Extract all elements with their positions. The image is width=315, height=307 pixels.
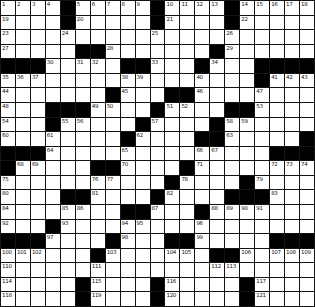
grid-cell[interactable] bbox=[106, 220, 120, 234]
grid-cell[interactable] bbox=[61, 132, 75, 146]
grid-cell[interactable] bbox=[255, 30, 269, 44]
grid-cell[interactable]: 47 bbox=[255, 88, 269, 102]
grid-cell[interactable]: 12 bbox=[195, 1, 209, 15]
grid-cell[interactable]: 90 bbox=[240, 205, 254, 219]
grid-cell[interactable] bbox=[210, 176, 224, 190]
grid-cell[interactable] bbox=[61, 292, 75, 306]
grid-cell[interactable]: 80 bbox=[1, 190, 15, 204]
grid-cell[interactable]: 98 bbox=[121, 234, 135, 248]
grid-cell[interactable] bbox=[31, 263, 45, 277]
grid-cell[interactable] bbox=[121, 292, 135, 306]
grid-cell[interactable] bbox=[180, 205, 194, 219]
grid-cell[interactable] bbox=[16, 16, 30, 30]
grid-cell[interactable]: 84 bbox=[1, 205, 15, 219]
grid-cell[interactable] bbox=[151, 220, 165, 234]
grid-cell[interactable]: 57 bbox=[151, 118, 165, 132]
grid-cell[interactable] bbox=[106, 59, 120, 73]
grid-cell[interactable]: 4 bbox=[46, 1, 60, 15]
grid-cell[interactable] bbox=[240, 234, 254, 248]
grid-cell[interactable] bbox=[300, 190, 314, 204]
grid-cell[interactable] bbox=[225, 74, 239, 88]
grid-cell[interactable] bbox=[151, 263, 165, 277]
grid-cell[interactable] bbox=[91, 220, 105, 234]
grid-cell[interactable]: 102 bbox=[31, 249, 45, 263]
grid-cell[interactable]: 56 bbox=[76, 118, 90, 132]
grid-cell[interactable] bbox=[121, 103, 135, 117]
grid-cell[interactable]: 109 bbox=[300, 249, 314, 263]
grid-cell[interactable] bbox=[195, 176, 209, 190]
grid-cell[interactable] bbox=[76, 176, 90, 190]
grid-cell[interactable] bbox=[121, 118, 135, 132]
grid-cell[interactable]: 25 bbox=[151, 30, 165, 44]
grid-cell[interactable] bbox=[270, 88, 284, 102]
grid-cell[interactable] bbox=[210, 161, 224, 175]
grid-cell[interactable] bbox=[225, 161, 239, 175]
grid-cell[interactable] bbox=[165, 132, 179, 146]
grid-cell[interactable]: 6 bbox=[91, 1, 105, 15]
grid-cell[interactable] bbox=[46, 30, 60, 44]
grid-cell[interactable] bbox=[285, 30, 299, 44]
grid-cell[interactable] bbox=[300, 176, 314, 190]
grid-cell[interactable] bbox=[46, 249, 60, 263]
grid-cell[interactable] bbox=[16, 45, 30, 59]
grid-cell[interactable] bbox=[255, 147, 269, 161]
grid-cell[interactable]: 18 bbox=[300, 1, 314, 15]
grid-cell[interactable]: 30 bbox=[46, 59, 60, 73]
grid-cell[interactable]: 16 bbox=[270, 1, 284, 15]
grid-cell[interactable] bbox=[136, 16, 150, 30]
grid-cell[interactable]: 21 bbox=[165, 16, 179, 30]
grid-cell[interactable] bbox=[180, 59, 194, 73]
grid-cell[interactable] bbox=[76, 132, 90, 146]
grid-cell[interactable]: 10 bbox=[165, 1, 179, 15]
grid-cell[interactable]: 53 bbox=[255, 103, 269, 117]
grid-cell[interactable] bbox=[91, 118, 105, 132]
grid-cell[interactable] bbox=[16, 205, 30, 219]
grid-cell[interactable] bbox=[300, 30, 314, 44]
grid-cell[interactable]: 88 bbox=[210, 205, 224, 219]
grid-cell[interactable]: 107 bbox=[270, 249, 284, 263]
grid-cell[interactable] bbox=[31, 118, 45, 132]
grid-cell[interactable]: 66 bbox=[195, 147, 209, 161]
grid-cell[interactable]: 51 bbox=[165, 103, 179, 117]
grid-cell[interactable] bbox=[165, 220, 179, 234]
grid-cell[interactable]: 99 bbox=[195, 234, 209, 248]
grid-cell[interactable]: 93 bbox=[61, 220, 75, 234]
grid-cell[interactable] bbox=[136, 234, 150, 248]
grid-cell[interactable] bbox=[165, 118, 179, 132]
grid-cell[interactable]: 46 bbox=[195, 88, 209, 102]
grid-cell[interactable] bbox=[195, 16, 209, 30]
grid-cell[interactable]: 22 bbox=[240, 16, 254, 30]
grid-cell[interactable] bbox=[31, 132, 45, 146]
grid-cell[interactable] bbox=[255, 161, 269, 175]
grid-cell[interactable] bbox=[300, 16, 314, 30]
grid-cell[interactable] bbox=[285, 278, 299, 292]
grid-cell[interactable] bbox=[165, 30, 179, 44]
grid-cell[interactable]: 79 bbox=[255, 176, 269, 190]
grid-cell[interactable]: 33 bbox=[151, 59, 165, 73]
grid-cell[interactable]: 2 bbox=[16, 1, 30, 15]
grid-cell[interactable] bbox=[210, 30, 224, 44]
grid-cell[interactable] bbox=[46, 161, 60, 175]
grid-cell[interactable] bbox=[255, 263, 269, 277]
grid-cell[interactable]: 1 bbox=[1, 1, 15, 15]
grid-cell[interactable]: 62 bbox=[136, 132, 150, 146]
grid-cell[interactable] bbox=[255, 220, 269, 234]
grid-cell[interactable]: 65 bbox=[121, 147, 135, 161]
grid-cell[interactable] bbox=[195, 103, 209, 117]
grid-cell[interactable] bbox=[165, 263, 179, 277]
grid-cell[interactable] bbox=[136, 292, 150, 306]
grid-cell[interactable] bbox=[285, 190, 299, 204]
grid-cell[interactable] bbox=[61, 234, 75, 248]
grid-cell[interactable]: 82 bbox=[165, 190, 179, 204]
grid-cell[interactable] bbox=[210, 220, 224, 234]
grid-cell[interactable]: 63 bbox=[225, 132, 239, 146]
grid-cell[interactable] bbox=[180, 147, 194, 161]
grid-cell[interactable] bbox=[270, 292, 284, 306]
grid-cell[interactable] bbox=[270, 132, 284, 146]
grid-cell[interactable]: 121 bbox=[255, 292, 269, 306]
grid-cell[interactable]: 71 bbox=[195, 161, 209, 175]
grid-cell[interactable]: 83 bbox=[270, 190, 284, 204]
grid-cell[interactable]: 116 bbox=[165, 278, 179, 292]
grid-cell[interactable]: 114 bbox=[1, 278, 15, 292]
grid-cell[interactable]: 44 bbox=[1, 88, 15, 102]
grid-cell[interactable] bbox=[270, 118, 284, 132]
grid-cell[interactable]: 43 bbox=[300, 74, 314, 88]
grid-cell[interactable]: 11 bbox=[180, 1, 194, 15]
grid-cell[interactable] bbox=[61, 59, 75, 73]
grid-cell[interactable] bbox=[151, 161, 165, 175]
grid-cell[interactable] bbox=[31, 176, 45, 190]
grid-cell[interactable] bbox=[106, 292, 120, 306]
grid-cell[interactable] bbox=[210, 292, 224, 306]
grid-cell[interactable] bbox=[136, 30, 150, 44]
grid-cell[interactable] bbox=[46, 292, 60, 306]
grid-cell[interactable]: 38 bbox=[121, 74, 135, 88]
grid-cell[interactable] bbox=[180, 278, 194, 292]
grid-cell[interactable] bbox=[16, 30, 30, 44]
grid-cell[interactable]: 34 bbox=[210, 59, 224, 73]
grid-cell[interactable] bbox=[180, 220, 194, 234]
grid-cell[interactable] bbox=[270, 220, 284, 234]
grid-cell[interactable] bbox=[16, 132, 30, 146]
grid-cell[interactable] bbox=[165, 45, 179, 59]
grid-cell[interactable] bbox=[180, 132, 194, 146]
grid-cell[interactable]: 97 bbox=[46, 234, 60, 248]
grid-cell[interactable] bbox=[136, 88, 150, 102]
grid-cell[interactable] bbox=[76, 30, 90, 44]
grid-cell[interactable] bbox=[31, 220, 45, 234]
grid-cell[interactable] bbox=[151, 74, 165, 88]
grid-cell[interactable] bbox=[91, 16, 105, 30]
grid-cell[interactable]: 118 bbox=[1, 292, 15, 306]
grid-cell[interactable] bbox=[285, 205, 299, 219]
grid-cell[interactable]: 29 bbox=[225, 45, 239, 59]
grid-cell[interactable]: 14 bbox=[240, 1, 254, 15]
grid-cell[interactable]: 20 bbox=[76, 16, 90, 30]
grid-cell[interactable]: 103 bbox=[106, 249, 120, 263]
grid-cell[interactable] bbox=[240, 147, 254, 161]
grid-cell[interactable] bbox=[121, 176, 135, 190]
grid-cell[interactable] bbox=[46, 74, 60, 88]
grid-cell[interactable]: 31 bbox=[76, 59, 90, 73]
grid-cell[interactable] bbox=[136, 45, 150, 59]
grid-cell[interactable] bbox=[106, 190, 120, 204]
grid-cell[interactable] bbox=[31, 16, 45, 30]
grid-cell[interactable] bbox=[225, 220, 239, 234]
grid-cell[interactable]: 23 bbox=[1, 30, 15, 44]
grid-cell[interactable] bbox=[210, 234, 224, 248]
grid-cell[interactable] bbox=[121, 249, 135, 263]
grid-cell[interactable] bbox=[240, 220, 254, 234]
grid-cell[interactable] bbox=[195, 249, 209, 263]
grid-cell[interactable] bbox=[195, 263, 209, 277]
grid-cell[interactable] bbox=[61, 161, 75, 175]
grid-cell[interactable]: 40 bbox=[195, 74, 209, 88]
grid-cell[interactable] bbox=[195, 118, 209, 132]
grid-cell[interactable] bbox=[136, 147, 150, 161]
grid-cell[interactable] bbox=[270, 263, 284, 277]
grid-cell[interactable]: 101 bbox=[16, 249, 30, 263]
grid-cell[interactable] bbox=[180, 45, 194, 59]
grid-cell[interactable] bbox=[300, 278, 314, 292]
grid-cell[interactable] bbox=[31, 190, 45, 204]
grid-cell[interactable] bbox=[16, 176, 30, 190]
grid-cell[interactable] bbox=[151, 45, 165, 59]
grid-cell[interactable]: 15 bbox=[255, 1, 269, 15]
grid-cell[interactable]: 119 bbox=[91, 292, 105, 306]
grid-cell[interactable] bbox=[300, 118, 314, 132]
grid-cell[interactable] bbox=[300, 220, 314, 234]
grid-cell[interactable] bbox=[31, 45, 45, 59]
grid-cell[interactable] bbox=[76, 88, 90, 102]
grid-cell[interactable]: 45 bbox=[121, 88, 135, 102]
grid-cell[interactable] bbox=[106, 263, 120, 277]
grid-cell[interactable] bbox=[195, 30, 209, 44]
grid-cell[interactable]: 112 bbox=[210, 263, 224, 277]
grid-cell[interactable]: 48 bbox=[1, 103, 15, 117]
grid-cell[interactable] bbox=[46, 190, 60, 204]
grid-cell[interactable]: 70 bbox=[121, 161, 135, 175]
grid-cell[interactable] bbox=[270, 103, 284, 117]
grid-cell[interactable] bbox=[240, 132, 254, 146]
grid-cell[interactable] bbox=[180, 263, 194, 277]
grid-cell[interactable] bbox=[180, 74, 194, 88]
grid-cell[interactable] bbox=[121, 263, 135, 277]
grid-cell[interactable]: 78 bbox=[180, 176, 194, 190]
grid-cell[interactable] bbox=[106, 147, 120, 161]
grid-cell[interactable]: 100 bbox=[1, 249, 15, 263]
grid-cell[interactable] bbox=[285, 16, 299, 30]
grid-cell[interactable] bbox=[210, 190, 224, 204]
grid-cell[interactable] bbox=[210, 103, 224, 117]
grid-cell[interactable]: 117 bbox=[255, 278, 269, 292]
grid-cell[interactable] bbox=[255, 16, 269, 30]
grid-cell[interactable] bbox=[225, 88, 239, 102]
grid-cell[interactable]: 13 bbox=[210, 1, 224, 15]
grid-cell[interactable] bbox=[225, 59, 239, 73]
grid-cell[interactable] bbox=[300, 292, 314, 306]
grid-cell[interactable] bbox=[31, 103, 45, 117]
grid-cell[interactable] bbox=[300, 103, 314, 117]
grid-cell[interactable] bbox=[16, 103, 30, 117]
grid-cell[interactable] bbox=[285, 176, 299, 190]
grid-cell[interactable] bbox=[180, 16, 194, 30]
grid-cell[interactable] bbox=[240, 161, 254, 175]
grid-cell[interactable]: 106 bbox=[240, 249, 254, 263]
grid-cell[interactable] bbox=[136, 278, 150, 292]
grid-cell[interactable]: 64 bbox=[46, 147, 60, 161]
grid-cell[interactable] bbox=[270, 30, 284, 44]
grid-cell[interactable] bbox=[180, 190, 194, 204]
grid-cell[interactable]: 87 bbox=[151, 205, 165, 219]
grid-cell[interactable] bbox=[91, 74, 105, 88]
grid-cell[interactable] bbox=[61, 74, 75, 88]
grid-cell[interactable] bbox=[270, 45, 284, 59]
grid-cell[interactable]: 96 bbox=[195, 220, 209, 234]
grid-cell[interactable] bbox=[76, 74, 90, 88]
grid-cell[interactable]: 72 bbox=[270, 161, 284, 175]
grid-cell[interactable]: 9 bbox=[136, 1, 150, 15]
grid-cell[interactable] bbox=[31, 278, 45, 292]
grid-cell[interactable] bbox=[46, 205, 60, 219]
grid-cell[interactable] bbox=[180, 292, 194, 306]
grid-cell[interactable] bbox=[121, 45, 135, 59]
grid-cell[interactable] bbox=[106, 74, 120, 88]
grid-cell[interactable]: 94 bbox=[121, 220, 135, 234]
grid-cell[interactable]: 39 bbox=[136, 74, 150, 88]
grid-cell[interactable] bbox=[255, 132, 269, 146]
grid-cell[interactable] bbox=[106, 16, 120, 30]
grid-cell[interactable] bbox=[300, 45, 314, 59]
grid-cell[interactable]: 110 bbox=[1, 263, 15, 277]
grid-cell[interactable] bbox=[121, 190, 135, 204]
grid-cell[interactable]: 8 bbox=[121, 1, 135, 15]
grid-cell[interactable] bbox=[240, 45, 254, 59]
grid-cell[interactable]: 86 bbox=[76, 205, 90, 219]
grid-cell[interactable] bbox=[16, 88, 30, 102]
grid-cell[interactable]: 69 bbox=[31, 161, 45, 175]
grid-cell[interactable] bbox=[46, 88, 60, 102]
grid-cell[interactable]: 59 bbox=[240, 118, 254, 132]
grid-cell[interactable]: 104 bbox=[165, 249, 179, 263]
grid-cell[interactable] bbox=[225, 292, 239, 306]
grid-cell[interactable] bbox=[255, 45, 269, 59]
grid-cell[interactable]: 113 bbox=[225, 263, 239, 277]
grid-cell[interactable] bbox=[136, 249, 150, 263]
grid-cell[interactable]: 27 bbox=[1, 45, 15, 59]
grid-cell[interactable] bbox=[225, 278, 239, 292]
grid-cell[interactable]: 50 bbox=[106, 103, 120, 117]
grid-cell[interactable] bbox=[270, 16, 284, 30]
grid-cell[interactable]: 81 bbox=[91, 190, 105, 204]
grid-cell[interactable]: 77 bbox=[106, 176, 120, 190]
grid-cell[interactable] bbox=[285, 263, 299, 277]
grid-cell[interactable] bbox=[91, 147, 105, 161]
grid-cell[interactable] bbox=[76, 234, 90, 248]
grid-cell[interactable] bbox=[31, 292, 45, 306]
grid-cell[interactable] bbox=[106, 132, 120, 146]
grid-cell[interactable] bbox=[61, 263, 75, 277]
grid-cell[interactable]: 42 bbox=[285, 74, 299, 88]
grid-cell[interactable] bbox=[285, 132, 299, 146]
grid-cell[interactable] bbox=[91, 132, 105, 146]
grid-cell[interactable] bbox=[121, 16, 135, 30]
grid-cell[interactable] bbox=[240, 74, 254, 88]
grid-cell[interactable]: 75 bbox=[1, 176, 15, 190]
grid-cell[interactable] bbox=[195, 278, 209, 292]
grid-cell[interactable] bbox=[136, 176, 150, 190]
grid-cell[interactable] bbox=[136, 103, 150, 117]
grid-cell[interactable] bbox=[165, 205, 179, 219]
grid-cell[interactable] bbox=[106, 278, 120, 292]
grid-cell[interactable]: 60 bbox=[1, 132, 15, 146]
grid-cell[interactable] bbox=[285, 118, 299, 132]
grid-cell[interactable] bbox=[46, 278, 60, 292]
grid-cell[interactable] bbox=[240, 30, 254, 44]
grid-cell[interactable] bbox=[195, 190, 209, 204]
grid-cell[interactable]: 36 bbox=[16, 74, 30, 88]
grid-cell[interactable] bbox=[210, 74, 224, 88]
grid-cell[interactable]: 68 bbox=[16, 161, 30, 175]
grid-cell[interactable]: 108 bbox=[285, 249, 299, 263]
grid-cell[interactable] bbox=[136, 263, 150, 277]
grid-cell[interactable] bbox=[46, 263, 60, 277]
grid-cell[interactable] bbox=[285, 103, 299, 117]
grid-cell[interactable]: 54 bbox=[1, 118, 15, 132]
grid-cell[interactable] bbox=[121, 278, 135, 292]
grid-cell[interactable] bbox=[270, 176, 284, 190]
grid-cell[interactable] bbox=[195, 45, 209, 59]
grid-cell[interactable] bbox=[151, 249, 165, 263]
grid-cell[interactable]: 111 bbox=[91, 263, 105, 277]
grid-cell[interactable] bbox=[46, 176, 60, 190]
grid-cell[interactable] bbox=[151, 132, 165, 146]
grid-cell[interactable] bbox=[106, 205, 120, 219]
grid-cell[interactable]: 89 bbox=[225, 205, 239, 219]
grid-cell[interactable] bbox=[76, 161, 90, 175]
grid-cell[interactable] bbox=[165, 59, 179, 73]
grid-cell[interactable] bbox=[121, 30, 135, 44]
grid-cell[interactable] bbox=[46, 16, 60, 30]
grid-cell[interactable]: 35 bbox=[1, 74, 15, 88]
grid-cell[interactable]: 7 bbox=[106, 1, 120, 15]
grid-cell[interactable] bbox=[16, 278, 30, 292]
grid-cell[interactable] bbox=[151, 176, 165, 190]
grid-cell[interactable]: 55 bbox=[61, 118, 75, 132]
grid-cell[interactable] bbox=[151, 147, 165, 161]
grid-cell[interactable]: 105 bbox=[180, 249, 194, 263]
grid-cell[interactable]: 115 bbox=[91, 278, 105, 292]
grid-cell[interactable] bbox=[225, 147, 239, 161]
grid-cell[interactable] bbox=[210, 16, 224, 30]
grid-cell[interactable] bbox=[61, 176, 75, 190]
grid-cell[interactable] bbox=[61, 147, 75, 161]
grid-cell[interactable] bbox=[210, 88, 224, 102]
grid-cell[interactable]: 61 bbox=[46, 132, 60, 146]
grid-cell[interactable]: 95 bbox=[136, 220, 150, 234]
grid-cell[interactable] bbox=[61, 249, 75, 263]
grid-cell[interactable]: 17 bbox=[285, 1, 299, 15]
grid-cell[interactable]: 73 bbox=[285, 161, 299, 175]
grid-cell[interactable] bbox=[31, 88, 45, 102]
grid-cell[interactable] bbox=[240, 88, 254, 102]
grid-cell[interactable] bbox=[31, 30, 45, 44]
grid-cell[interactable]: 76 bbox=[91, 176, 105, 190]
